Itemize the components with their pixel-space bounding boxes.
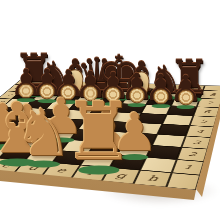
round-shield bbox=[178, 89, 194, 105]
rook-glyph: ♜ bbox=[63, 92, 135, 172]
scene: abcdefgh8877665544332211abcdefgh ♜♞♝♛♚♝♞… bbox=[0, 0, 220, 220]
piece-white-rook-f1[interactable]: ♜ bbox=[63, 92, 135, 172]
piece-black-pawn-h7[interactable]: ♟ bbox=[169, 71, 201, 107]
pieces-layer: ♜♞♝♛♚♝♞♜♟♟♟♟♟♟♟♟♝♞♜♟♟♟♟♟ bbox=[0, 0, 220, 220]
